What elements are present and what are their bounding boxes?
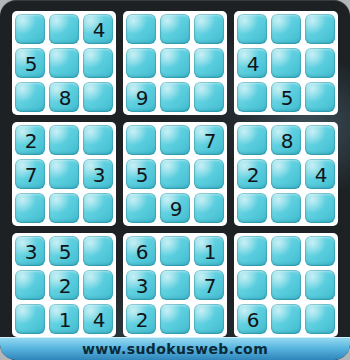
cell-r9c3: 4: [83, 304, 113, 334]
cell-r3c4: 9: [126, 82, 156, 112]
cell-r9c7: 6: [237, 304, 267, 334]
cell-r8c5[interactable]: [160, 270, 190, 300]
block-2-1: 273: [12, 122, 116, 226]
cell-r5c2[interactable]: [49, 159, 79, 189]
given-digit: 8: [281, 131, 294, 151]
cell-r5c3: 3: [83, 159, 113, 189]
cell-r9c2: 1: [49, 304, 79, 334]
cell-r3c6[interactable]: [194, 82, 224, 112]
cell-r7c9[interactable]: [305, 236, 335, 266]
cell-r6c2[interactable]: [49, 193, 79, 223]
cell-r4c2[interactable]: [49, 125, 79, 155]
cell-r1c9[interactable]: [305, 14, 335, 44]
cell-r6c9[interactable]: [305, 193, 335, 223]
sudoku-board: 45894527375982435214613726: [12, 11, 338, 337]
given-digit: 4: [93, 20, 106, 40]
website-url-link[interactable]: www.sudokusweb.com: [82, 341, 268, 357]
cell-r6c3[interactable]: [83, 193, 113, 223]
cell-r1c5[interactable]: [160, 14, 190, 44]
given-digit: 5: [59, 242, 72, 262]
block-3-1: 35214: [12, 233, 116, 337]
given-digit: 8: [59, 88, 72, 108]
cell-r7c8[interactable]: [271, 236, 301, 266]
cell-r3c7[interactable]: [237, 82, 267, 112]
cell-r1c8[interactable]: [271, 14, 301, 44]
given-digit: 5: [136, 165, 149, 185]
block-3-3: 6: [234, 233, 338, 337]
cell-r9c6[interactable]: [194, 304, 224, 334]
cell-r9c4: 2: [126, 304, 156, 334]
cell-r2c6[interactable]: [194, 48, 224, 78]
given-digit: 4: [247, 54, 260, 74]
cell-r3c2: 8: [49, 82, 79, 112]
given-digit: 4: [93, 310, 106, 330]
cell-r6c8[interactable]: [271, 193, 301, 223]
cell-r7c1: 3: [15, 236, 45, 266]
cell-r8c4: 3: [126, 270, 156, 300]
cell-r8c9[interactable]: [305, 270, 335, 300]
given-digit: 7: [25, 165, 38, 185]
cell-r1c3: 4: [83, 14, 113, 44]
cell-r3c5[interactable]: [160, 82, 190, 112]
cell-r4c9[interactable]: [305, 125, 335, 155]
cell-r5c4: 5: [126, 159, 156, 189]
given-digit: 2: [25, 131, 38, 151]
given-digit: 9: [136, 88, 149, 108]
footer-bar: www.sudokusweb.com: [0, 337, 350, 360]
cell-r3c3[interactable]: [83, 82, 113, 112]
cell-r8c7[interactable]: [237, 270, 267, 300]
block-2-3: 824: [234, 122, 338, 226]
cell-r4c7[interactable]: [237, 125, 267, 155]
cell-r4c5[interactable]: [160, 125, 190, 155]
given-digit: 3: [93, 165, 106, 185]
cell-r7c6: 1: [194, 236, 224, 266]
cell-r1c2[interactable]: [49, 14, 79, 44]
cell-r4c1: 2: [15, 125, 45, 155]
cell-r9c8[interactable]: [271, 304, 301, 334]
cell-r8c1[interactable]: [15, 270, 45, 300]
cell-r1c7[interactable]: [237, 14, 267, 44]
cell-r1c4[interactable]: [126, 14, 156, 44]
cell-r2c9[interactable]: [305, 48, 335, 78]
cell-r5c1: 7: [15, 159, 45, 189]
cell-r8c3[interactable]: [83, 270, 113, 300]
cell-r4c3[interactable]: [83, 125, 113, 155]
block-1-2: 9: [123, 11, 227, 115]
given-digit: 2: [59, 276, 72, 296]
cell-r5c5[interactable]: [160, 159, 190, 189]
given-digit: 5: [281, 88, 294, 108]
cell-r5c7: 2: [237, 159, 267, 189]
cell-r8c8[interactable]: [271, 270, 301, 300]
given-digit: 6: [136, 242, 149, 262]
cell-r3c8: 5: [271, 82, 301, 112]
cell-r4c4[interactable]: [126, 125, 156, 155]
given-digit: 1: [204, 242, 217, 262]
cell-r6c4[interactable]: [126, 193, 156, 223]
cell-r2c2[interactable]: [49, 48, 79, 78]
cell-r2c7: 4: [237, 48, 267, 78]
cell-r2c4[interactable]: [126, 48, 156, 78]
cell-r2c3[interactable]: [83, 48, 113, 78]
given-digit: 7: [204, 276, 217, 296]
cell-r5c6[interactable]: [194, 159, 224, 189]
block-1-3: 45: [234, 11, 338, 115]
cell-r8c2: 2: [49, 270, 79, 300]
cell-r8c6: 7: [194, 270, 224, 300]
cell-r6c7[interactable]: [237, 193, 267, 223]
given-digit: 9: [170, 199, 183, 219]
cell-r2c1: 5: [15, 48, 45, 78]
given-digit: 2: [247, 165, 260, 185]
given-digit: 2: [136, 310, 149, 330]
cell-r7c4: 6: [126, 236, 156, 266]
cell-r5c8[interactable]: [271, 159, 301, 189]
cell-r7c5[interactable]: [160, 236, 190, 266]
cell-r2c8[interactable]: [271, 48, 301, 78]
given-digit: 7: [204, 131, 217, 151]
given-digit: 1: [59, 310, 72, 330]
cell-r9c1[interactable]: [15, 304, 45, 334]
cell-r5c9: 4: [305, 159, 335, 189]
block-3-2: 61372: [123, 233, 227, 337]
cell-r7c3[interactable]: [83, 236, 113, 266]
given-digit: 5: [25, 54, 38, 74]
sudoku-widget: 45894527375982435214613726 www.sudokuswe…: [0, 0, 350, 360]
block-1-1: 458: [12, 11, 116, 115]
cell-r3c1[interactable]: [15, 82, 45, 112]
cell-r4c8: 8: [271, 125, 301, 155]
given-digit: 3: [25, 242, 38, 262]
cell-r4c6: 7: [194, 125, 224, 155]
cell-r9c5[interactable]: [160, 304, 190, 334]
cell-r7c7[interactable]: [237, 236, 267, 266]
cell-r7c2: 5: [49, 236, 79, 266]
cell-r6c5: 9: [160, 193, 190, 223]
block-2-2: 759: [123, 122, 227, 226]
cell-r6c1[interactable]: [15, 193, 45, 223]
given-digit: 4: [315, 165, 328, 185]
cell-r6c6[interactable]: [194, 193, 224, 223]
cell-r3c9[interactable]: [305, 82, 335, 112]
given-digit: 3: [136, 276, 149, 296]
cell-r9c9: [305, 304, 335, 334]
cell-r1c1[interactable]: [15, 14, 45, 44]
cell-r1c6[interactable]: [194, 14, 224, 44]
given-digit: 6: [247, 310, 260, 330]
cell-r2c5[interactable]: [160, 48, 190, 78]
